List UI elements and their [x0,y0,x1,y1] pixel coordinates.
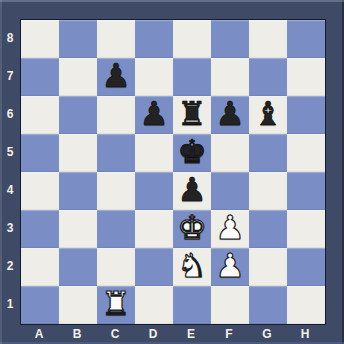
square-a8[interactable] [21,20,59,58]
square-a6[interactable] [21,96,59,134]
square-d8[interactable] [135,20,173,58]
rank-label-8: 8 [0,19,20,57]
file-label-b: B [58,324,96,344]
square-f6[interactable]: ♟ [211,96,249,134]
square-f5[interactable] [211,134,249,172]
file-label-c: C [96,324,134,344]
square-g6[interactable]: ♝ [249,96,287,134]
square-b8[interactable] [59,20,97,58]
square-h8[interactable] [287,20,325,58]
square-a1[interactable] [21,286,59,324]
file-label-a: A [20,324,58,344]
file-label-h: H [286,324,324,344]
piece-black-rook-e6[interactable]: ♜ [177,95,207,133]
square-d7[interactable] [135,58,173,96]
square-e2[interactable]: ♞ [173,248,211,286]
square-d5[interactable] [135,134,173,172]
square-h1[interactable] [287,286,325,324]
rank-label-4: 4 [0,171,20,209]
file-label-e: E [172,324,210,344]
piece-white-pawn-f2[interactable]: ♟ [215,247,245,285]
square-a2[interactable] [21,248,59,286]
square-d6[interactable]: ♟ [135,96,173,134]
square-b2[interactable] [59,248,97,286]
square-g8[interactable] [249,20,287,58]
square-e4[interactable]: ♟ [173,172,211,210]
square-g7[interactable] [249,58,287,96]
square-c1[interactable]: ♜ [97,286,135,324]
square-c7[interactable]: ♟ [97,58,135,96]
square-g1[interactable] [249,286,287,324]
square-c8[interactable] [97,20,135,58]
square-h6[interactable] [287,96,325,134]
chess-diagram-frame: 87654321 ♟♟♜♟♝♚♟♚♟♞♟♜ ABCDEFGH [0,0,344,344]
piece-black-pawn-f6[interactable]: ♟ [215,95,245,133]
square-b4[interactable] [59,172,97,210]
square-d4[interactable] [135,172,173,210]
square-f2[interactable]: ♟ [211,248,249,286]
square-c6[interactable] [97,96,135,134]
square-g2[interactable] [249,248,287,286]
piece-black-bishop-g6[interactable]: ♝ [253,95,283,133]
square-d3[interactable] [135,210,173,248]
chess-board: ♟♟♜♟♝♚♟♚♟♞♟♜ [20,19,326,325]
square-b7[interactable] [59,58,97,96]
square-d1[interactable] [135,286,173,324]
rank-label-5: 5 [0,133,20,171]
square-c5[interactable] [97,134,135,172]
file-labels: ABCDEFGH [20,324,324,344]
square-g3[interactable] [249,210,287,248]
square-f4[interactable] [211,172,249,210]
rank-label-7: 7 [0,57,20,95]
piece-white-pawn-f3[interactable]: ♟ [215,209,245,247]
piece-white-rook-c1[interactable]: ♜ [101,285,131,323]
square-e1[interactable] [173,286,211,324]
rank-label-1: 1 [0,285,20,323]
square-d2[interactable] [135,248,173,286]
square-h7[interactable] [287,58,325,96]
square-c2[interactable] [97,248,135,286]
file-label-g: G [248,324,286,344]
square-h2[interactable] [287,248,325,286]
piece-white-king-e3[interactable]: ♚ [177,209,207,247]
square-a5[interactable] [21,134,59,172]
square-g4[interactable] [249,172,287,210]
rank-labels: 87654321 [0,19,20,323]
square-f7[interactable] [211,58,249,96]
square-b6[interactable] [59,96,97,134]
square-b3[interactable] [59,210,97,248]
square-b1[interactable] [59,286,97,324]
piece-black-pawn-d6[interactable]: ♟ [139,95,169,133]
square-c3[interactable] [97,210,135,248]
square-a7[interactable] [21,58,59,96]
square-e5[interactable]: ♚ [173,134,211,172]
square-a4[interactable] [21,172,59,210]
rank-label-2: 2 [0,247,20,285]
rank-label-6: 6 [0,95,20,133]
square-e3[interactable]: ♚ [173,210,211,248]
square-e6[interactable]: ♜ [173,96,211,134]
square-f8[interactable] [211,20,249,58]
square-f3[interactable]: ♟ [211,210,249,248]
square-h3[interactable] [287,210,325,248]
square-e8[interactable] [173,20,211,58]
piece-black-king-e5[interactable]: ♚ [177,133,207,171]
square-h4[interactable] [287,172,325,210]
piece-white-knight-e2[interactable]: ♞ [177,247,207,285]
piece-black-pawn-e4[interactable]: ♟ [177,171,207,209]
rank-label-3: 3 [0,209,20,247]
square-e7[interactable] [173,58,211,96]
file-label-d: D [134,324,172,344]
square-g5[interactable] [249,134,287,172]
square-f1[interactable] [211,286,249,324]
file-label-f: F [210,324,248,344]
square-h5[interactable] [287,134,325,172]
piece-black-pawn-c7[interactable]: ♟ [101,57,131,95]
square-c4[interactable] [97,172,135,210]
square-a3[interactable] [21,210,59,248]
square-b5[interactable] [59,134,97,172]
